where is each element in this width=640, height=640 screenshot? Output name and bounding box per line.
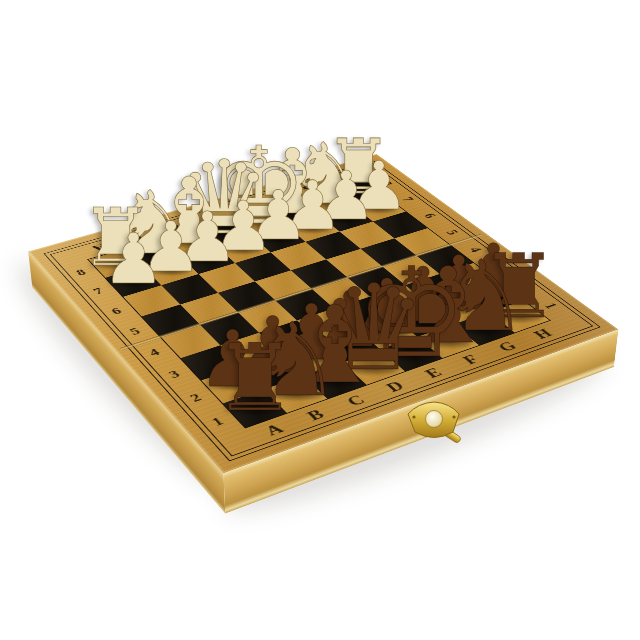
- square-a3: [181, 345, 242, 380]
- clasp-knob: [426, 411, 443, 428]
- square-c3: [259, 320, 319, 353]
- square-d2: [319, 329, 380, 363]
- square-g2: [429, 293, 489, 325]
- square-f3: [370, 285, 429, 316]
- square-a6: [123, 285, 180, 316]
- square-h1: [489, 300, 550, 332]
- square-c2: [281, 341, 343, 376]
- square-a4: [161, 324, 221, 358]
- square-a2: [201, 367, 263, 404]
- product-photo-chess-box: AABBCCDDEEFFGGHH1122334455667788 ♜♞♟♝♟♚♟…: [0, 0, 640, 640]
- square-e2: [357, 316, 418, 349]
- file-label-near-b: B: [303, 407, 328, 424]
- square-f1: [417, 324, 479, 358]
- rank-label-left-1: 1: [209, 415, 227, 428]
- square-d1: [342, 349, 405, 384]
- rank-label-left-4: 4: [146, 347, 162, 359]
- brass-clasp: [396, 396, 472, 476]
- rank-label-right-1: 1: [541, 302, 561, 311]
- rank-label-left-5: 5: [127, 326, 143, 337]
- square-g1: [453, 312, 514, 345]
- rank-label-left-6: 6: [109, 306, 124, 317]
- file-label-near-h: H: [530, 326, 556, 341]
- file-label-near-g: G: [494, 339, 521, 355]
- rank-label-left-3: 3: [166, 369, 183, 381]
- square-b2: [242, 354, 304, 390]
- square-b3: [220, 333, 281, 367]
- square-b5: [180, 293, 238, 325]
- square-c1: [304, 362, 367, 398]
- square-d3: [297, 308, 357, 341]
- square-a1: [223, 389, 287, 427]
- file-label-near-d: D: [382, 379, 408, 395]
- rank-label-left-2: 2: [187, 391, 204, 404]
- board-top: AABBCCDDEEFFGGHH1122334455667788: [28, 154, 618, 473]
- square-e1: [380, 337, 442, 372]
- file-label-near-f: F: [459, 352, 483, 367]
- file-label-near-c: C: [343, 392, 369, 409]
- file-label-near-a: A: [261, 421, 287, 439]
- square-f2: [393, 304, 453, 336]
- square-b4: [200, 312, 259, 345]
- square-d4: [275, 289, 333, 320]
- square-e3: [334, 297, 393, 329]
- folding-chess-case: AABBCCDDEEFFGGHH1122334455667788: [28, 154, 618, 473]
- square-c4: [238, 301, 297, 333]
- file-label-near-e: E: [421, 365, 446, 381]
- square-b1: [264, 376, 327, 413]
- square-a5: [142, 305, 200, 337]
- scene: AABBCCDDEEFFGGHH1122334455667788: [0, 0, 640, 640]
